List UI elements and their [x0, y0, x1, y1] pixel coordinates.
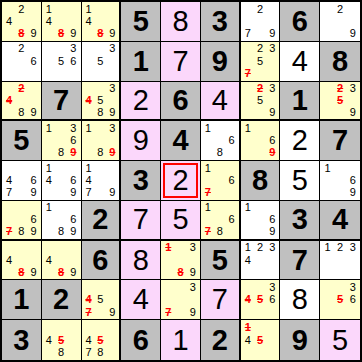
empty-slot — [214, 202, 226, 214]
empty-slot — [321, 254, 334, 266]
candidate-2: 2 — [334, 3, 347, 15]
cell-r8c2[interactable]: 2 — [42, 280, 82, 320]
candidate-grid: 1689 — [43, 202, 80, 238]
empty-slot — [174, 294, 186, 306]
candidate-grid: 26 — [3, 43, 40, 80]
given-digit: 3 — [212, 7, 228, 36]
candidate-8: 8 — [94, 106, 106, 118]
empty-slot — [43, 67, 55, 79]
candidate-4: 4 — [43, 174, 55, 186]
empty-slot — [187, 254, 199, 266]
cell-r1c2[interactable]: 1489 — [42, 2, 82, 42]
empty-slot — [254, 15, 266, 27]
cell-r9c6[interactable]: 2 — [201, 320, 241, 360]
cell-r1c6[interactable]: 3 — [201, 2, 241, 42]
candidate-6: 6 — [266, 214, 278, 226]
cell-r4c4[interactable]: 9 — [121, 121, 161, 161]
candidate-1: 1 — [43, 202, 55, 214]
solved-digit: 7 — [212, 285, 228, 314]
empty-slot — [106, 135, 118, 147]
cell-r5c1[interactable]: 4679 — [2, 161, 42, 201]
candidate-4-eliminated: 4 — [83, 94, 95, 106]
solved-digit: 2 — [133, 86, 149, 115]
empty-slot — [106, 346, 118, 359]
cell-r8c9[interactable]: 356 — [320, 280, 360, 320]
candidate-grid: 1389 — [162, 242, 199, 279]
candidate-6: 6 — [346, 294, 359, 306]
empty-slot — [202, 214, 214, 226]
candidate-grid: 2489 — [3, 3, 40, 40]
cell-r5c4[interactable]: 3 — [121, 161, 161, 201]
candidate-5: 5 — [94, 294, 106, 306]
candidate-9: 9 — [67, 28, 79, 40]
candidate-3: 3 — [106, 43, 118, 55]
empty-slot — [106, 15, 118, 27]
empty-slot — [242, 281, 254, 293]
empty-slot — [106, 162, 118, 174]
candidate-grid: 356 — [43, 43, 80, 80]
empty-slot — [43, 321, 55, 334]
cell-r4c8[interactable]: 2 — [280, 121, 320, 161]
empty-slot — [106, 94, 118, 106]
cell-r7c3[interactable]: 6 — [82, 241, 122, 281]
candidate-6: 6 — [67, 174, 79, 186]
cell-r8c6[interactable]: 7 — [201, 280, 241, 320]
candidate-7: 7 — [83, 187, 95, 199]
cell-r9c5[interactable]: 1 — [161, 320, 201, 360]
empty-slot — [94, 321, 106, 334]
candidate-grid: 2359 — [321, 83, 359, 119]
cell-r9c8[interactable]: 9 — [280, 320, 320, 360]
candidate-2: 2 — [15, 3, 27, 15]
cell-r7c4[interactable]: 8 — [121, 241, 161, 281]
cell-r9c2[interactable]: 458 — [42, 320, 82, 360]
empty-slot — [334, 28, 347, 40]
empty-slot — [346, 306, 359, 318]
candidate-2: 2 — [15, 43, 27, 55]
cell-r6c5[interactable]: 5 — [161, 201, 201, 241]
given-digit: 7 — [292, 246, 308, 275]
cell-r3c1[interactable]: 2489 — [2, 82, 42, 122]
given-digit: 1 — [292, 86, 308, 115]
cell-r6c2[interactable]: 1689 — [42, 201, 82, 241]
candidate-3: 3 — [346, 83, 359, 95]
empty-slot — [162, 266, 174, 278]
candidate-grid: 489 — [43, 242, 80, 279]
cell-r1c4[interactable]: 5 — [121, 2, 161, 42]
cell-r6c8[interactable]: 3 — [280, 201, 320, 241]
cell-r9c9[interactable]: 5 — [320, 320, 360, 360]
candidate-7: 7 — [83, 346, 95, 359]
candidate-4-eliminated: 4 — [83, 294, 95, 306]
cell-r2c9[interactable]: 8 — [320, 42, 360, 82]
cell-r7c7[interactable]: 1234 — [241, 241, 281, 281]
cell-r7c2[interactable]: 489 — [42, 241, 82, 281]
empty-slot — [162, 281, 174, 293]
candidate-9: 9 — [106, 187, 118, 199]
empty-slot — [266, 321, 278, 334]
candidate-1: 1 — [202, 122, 214, 134]
empty-slot — [28, 94, 40, 106]
empty-slot — [346, 162, 359, 174]
empty-slot — [106, 321, 118, 334]
candidate-9: 9 — [67, 266, 79, 278]
cell-r8c7[interactable]: 3456 — [241, 280, 281, 320]
cell-r5c9[interactable]: 169 — [320, 161, 360, 201]
empty-slot — [106, 281, 118, 293]
cell-r3c8[interactable]: 1 — [280, 82, 320, 122]
cell-r5c5[interactable]: 2 — [161, 161, 201, 201]
cell-r5c8[interactable]: 5 — [280, 161, 320, 201]
given-digit: 7 — [53, 86, 69, 115]
candidate-1: 1 — [83, 3, 95, 15]
cell-r9c7[interactable]: 145 — [241, 320, 281, 360]
empty-slot — [254, 306, 266, 318]
cell-r7c1[interactable]: 489 — [2, 241, 42, 281]
cell-r3c2[interactable]: 7 — [42, 82, 82, 122]
empty-slot — [162, 294, 174, 306]
candidate-7-eliminated: 7 — [202, 226, 214, 238]
empty-slot — [254, 106, 266, 118]
given-digit: 3 — [133, 166, 149, 195]
candidate-8: 8 — [94, 147, 106, 159]
candidate-6: 6 — [67, 55, 79, 67]
cell-r6c7[interactable]: 169 — [241, 201, 281, 241]
empty-slot — [55, 174, 67, 186]
empty-slot — [67, 254, 79, 266]
candidate-grid: 2489 — [3, 83, 40, 119]
candidate-7-eliminated: 7 — [162, 306, 174, 318]
cell-r6c9[interactable]: 4 — [320, 201, 360, 241]
candidate-5-eliminated: 5 — [254, 294, 266, 306]
candidate-5-eliminated: 5 — [334, 94, 347, 106]
empty-slot — [28, 162, 40, 174]
solved-digit: 7 — [172, 47, 188, 76]
empty-slot — [3, 3, 15, 15]
candidate-8: 8 — [15, 106, 27, 118]
candidate-grid: 379 — [162, 281, 199, 318]
empty-slot — [67, 15, 79, 27]
cell-r7c9[interactable]: 123 — [320, 241, 360, 281]
candidate-6: 6 — [67, 135, 79, 147]
empty-slot — [266, 306, 278, 318]
empty-slot — [83, 67, 95, 79]
empty-slot — [254, 28, 266, 40]
empty-slot — [83, 55, 95, 67]
empty-slot — [28, 202, 40, 214]
empty-slot — [174, 281, 186, 293]
empty-slot — [43, 28, 55, 40]
empty-slot — [28, 254, 40, 266]
cell-r7c8[interactable]: 7 — [280, 241, 320, 281]
candidate-8-eliminated: 8 — [55, 266, 67, 278]
cell-r8c4[interactable]: 4 — [121, 280, 161, 320]
cell-r4c6[interactable]: 168 — [201, 121, 241, 161]
empty-slot — [242, 15, 254, 27]
cell-r6c1[interactable]: 6789 — [2, 201, 42, 241]
candidate-grid: 4679 — [3, 162, 40, 199]
empty-slot — [174, 242, 186, 254]
cell-r2c4[interactable]: 1 — [121, 42, 161, 82]
empty-slot — [334, 254, 347, 266]
empty-slot — [321, 83, 334, 95]
candidate-4: 4 — [83, 334, 95, 347]
cell-r4c9[interactable]: 7 — [320, 121, 360, 161]
candidate-9: 9 — [187, 266, 199, 278]
candidate-5-eliminated: 5 — [55, 334, 67, 347]
cell-r5c7[interactable]: 8 — [241, 161, 281, 201]
cell-r2c3[interactable]: 35 — [82, 42, 122, 82]
candidate-2: 2 — [254, 242, 266, 254]
empty-slot — [3, 242, 15, 254]
candidate-4: 4 — [43, 15, 55, 27]
cell-r2c2[interactable]: 356 — [42, 42, 82, 82]
candidate-grid: 145 — [242, 321, 279, 359]
empty-slot — [346, 3, 359, 15]
empty-slot — [202, 135, 214, 147]
empty-slot — [28, 83, 40, 95]
empty-slot — [266, 15, 278, 27]
candidate-5-eliminated: 5 — [254, 334, 266, 347]
cell-r7c6[interactable]: 5 — [201, 241, 241, 281]
candidate-3: 3 — [266, 281, 278, 293]
cell-r3c4[interactable]: 2 — [121, 82, 161, 122]
cell-r1c3[interactable]: 1489 — [82, 2, 122, 42]
empty-slot — [55, 187, 67, 199]
empty-slot — [321, 187, 334, 199]
empty-slot — [43, 135, 55, 147]
candidate-grid: 356 — [321, 281, 359, 318]
empty-slot — [67, 242, 79, 254]
candidate-grid: 3456 — [242, 281, 279, 318]
cell-r9c3[interactable]: 4578 — [82, 320, 122, 360]
candidate-1-eliminated: 1 — [242, 321, 254, 334]
candidate-9: 9 — [28, 226, 40, 238]
empty-slot — [266, 55, 278, 67]
cell-r3c6[interactable]: 4 — [201, 82, 241, 122]
candidate-3: 3 — [67, 43, 79, 55]
empty-slot — [226, 226, 238, 238]
cell-r8c8[interactable]: 8 — [280, 280, 320, 320]
candidate-7-eliminated: 7 — [83, 306, 95, 318]
cell-r7c5[interactable]: 1389 — [161, 241, 201, 281]
cell-r4c5[interactable]: 4 — [161, 121, 201, 161]
candidate-1: 1 — [83, 122, 95, 134]
cell-r6c3[interactable]: 2 — [82, 201, 122, 241]
empty-slot — [55, 15, 67, 27]
empty-slot — [242, 106, 254, 118]
solved-digit: 4 — [133, 285, 149, 314]
cell-r5c6[interactable]: 167 — [201, 161, 241, 201]
empty-slot — [3, 28, 15, 40]
empty-slot — [242, 214, 254, 226]
solved-digit: 5 — [172, 205, 188, 234]
cell-r3c3[interactable]: 34589 — [82, 82, 122, 122]
solved-digit: 9 — [133, 126, 149, 155]
empty-slot — [94, 122, 106, 134]
cell-r8c3[interactable]: 4579 — [82, 280, 122, 320]
given-digit: 9 — [212, 47, 228, 76]
given-digit: 1 — [133, 47, 149, 76]
candidate-3: 3 — [266, 242, 278, 254]
empty-slot — [242, 226, 254, 238]
empty-slot — [202, 174, 214, 186]
empty-slot — [266, 334, 278, 347]
cell-r4c2[interactable]: 13689 — [42, 121, 82, 161]
empty-slot — [187, 294, 199, 306]
cell-r1c7[interactable]: 279 — [241, 2, 281, 42]
empty-slot — [94, 3, 106, 15]
empty-slot — [94, 83, 106, 95]
empty-slot — [15, 94, 27, 106]
cell-r2c8[interactable]: 4 — [280, 42, 320, 82]
candidate-9: 9 — [106, 106, 118, 118]
empty-slot — [43, 242, 55, 254]
cell-r4c1[interactable]: 5 — [2, 121, 42, 161]
cell-r4c3[interactable]: 1389 — [82, 121, 122, 161]
candidate-5: 5 — [254, 55, 266, 67]
empty-slot — [242, 266, 254, 278]
candidate-4: 4 — [3, 15, 15, 27]
empty-slot — [334, 187, 347, 199]
empty-slot — [3, 266, 15, 278]
cell-r2c6[interactable]: 9 — [201, 42, 241, 82]
cell-r6c4[interactable]: 7 — [121, 201, 161, 241]
candidate-9: 9 — [28, 187, 40, 199]
empty-slot — [266, 266, 278, 278]
empty-slot — [28, 43, 40, 55]
candidate-grid: 169 — [242, 122, 279, 159]
candidate-7-eliminated: 7 — [242, 67, 254, 79]
empty-slot — [214, 122, 226, 134]
candidate-8: 8 — [94, 346, 106, 359]
candidate-9: 9 — [266, 28, 278, 40]
candidate-4: 4 — [242, 334, 254, 347]
given-digit: 8 — [252, 166, 268, 195]
cell-r3c5[interactable]: 6 — [161, 82, 201, 122]
cell-r9c1[interactable]: 3 — [2, 320, 42, 360]
cell-r4c7[interactable]: 169 — [241, 121, 281, 161]
empty-slot — [254, 281, 266, 293]
cell-r2c7[interactable]: 2357 — [241, 42, 281, 82]
given-digit: 4 — [172, 126, 188, 155]
empty-slot — [242, 147, 254, 159]
empty-slot — [266, 202, 278, 214]
candidate-3: 3 — [266, 43, 278, 55]
empty-slot — [67, 202, 79, 214]
empty-slot — [321, 306, 334, 318]
empty-slot — [55, 321, 67, 334]
given-digit: 4 — [332, 205, 348, 234]
empty-slot — [106, 294, 118, 306]
cell-r1c8[interactable]: 6 — [280, 2, 320, 42]
empty-slot — [3, 43, 15, 55]
candidate-grid: 1479 — [83, 162, 119, 199]
cell-r6c6[interactable]: 1678 — [201, 201, 241, 241]
candidate-9: 9 — [67, 226, 79, 238]
given-digit: 2 — [92, 205, 108, 234]
empty-slot — [43, 226, 55, 238]
candidate-grid: 29 — [321, 3, 359, 40]
cell-r1c5[interactable]: 8 — [161, 2, 201, 42]
empty-slot — [106, 3, 118, 15]
candidate-4: 4 — [43, 334, 55, 347]
cell-r8c1[interactable]: 1 — [2, 280, 42, 320]
sudoku-board: 2489148914895832796292635635179235748248… — [0, 0, 362, 362]
cell-r1c9[interactable]: 29 — [320, 2, 360, 42]
empty-slot — [94, 15, 106, 27]
cell-r1c1[interactable]: 2489 — [2, 2, 42, 42]
candidate-1: 1 — [202, 162, 214, 174]
empty-slot — [266, 67, 278, 79]
candidate-9: 9 — [266, 226, 278, 238]
candidate-5: 5 — [94, 94, 106, 106]
cell-r2c5[interactable]: 7 — [161, 42, 201, 82]
empty-slot — [15, 67, 27, 79]
solved-digit: 4 — [292, 47, 308, 76]
candidate-5: 5 — [94, 55, 106, 67]
empty-slot — [321, 106, 334, 118]
candidate-9-eliminated: 9 — [106, 147, 118, 159]
empty-slot — [321, 174, 334, 186]
empty-slot — [3, 67, 15, 79]
given-digit: 1 — [13, 285, 29, 314]
solved-digit: 7 — [133, 205, 149, 234]
candidate-4-eliminated: 4 — [242, 294, 254, 306]
empty-slot — [3, 214, 15, 226]
empty-slot — [3, 106, 15, 118]
empty-slot — [15, 202, 27, 214]
empty-slot — [106, 334, 118, 347]
empty-slot — [334, 266, 347, 278]
empty-slot — [214, 162, 226, 174]
empty-slot — [321, 281, 334, 293]
empty-slot — [254, 147, 266, 159]
empty-slot — [67, 321, 79, 334]
empty-slot — [242, 55, 254, 67]
empty-slot — [214, 174, 226, 186]
cell-r2c1[interactable]: 26 — [2, 42, 42, 82]
given-digit: 8 — [332, 47, 348, 76]
empty-slot — [321, 15, 334, 27]
candidate-7-eliminated: 7 — [202, 187, 214, 199]
empty-slot — [28, 67, 40, 79]
cell-r8c5[interactable]: 379 — [161, 280, 201, 320]
candidate-7: 7 — [3, 187, 15, 199]
empty-slot — [83, 281, 95, 293]
candidate-grid: 1234 — [242, 242, 279, 279]
cell-r9c4[interactable]: 6 — [121, 320, 161, 360]
candidate-grid: 35 — [83, 43, 119, 80]
empty-slot — [3, 83, 15, 95]
cell-r5c2[interactable]: 1469 — [42, 161, 82, 201]
candidate-3: 3 — [67, 122, 79, 134]
empty-slot — [43, 346, 55, 359]
empty-slot — [266, 94, 278, 106]
empty-slot — [94, 281, 106, 293]
cell-r3c9[interactable]: 2359 — [320, 82, 360, 122]
candidate-8: 8 — [55, 226, 67, 238]
candidate-grid: 169 — [321, 162, 359, 199]
empty-slot — [15, 55, 27, 67]
candidate-9: 9 — [346, 28, 359, 40]
cell-r3c7[interactable]: 2359 — [241, 82, 281, 122]
cell-r5c3[interactable]: 1479 — [82, 161, 122, 201]
candidate-2-eliminated: 2 — [254, 83, 266, 95]
candidate-8-eliminated: 8 — [174, 266, 186, 278]
candidate-6: 6 — [226, 135, 238, 147]
candidate-8: 8 — [55, 346, 67, 359]
